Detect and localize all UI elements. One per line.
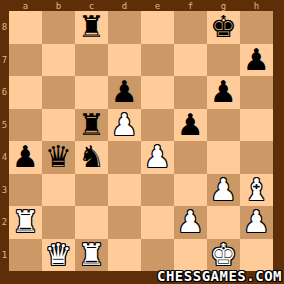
piece-black-king[interactable]: ♚: [210, 12, 237, 42]
square-f6[interactable]: [174, 76, 207, 109]
piece-black-knight[interactable]: ♞: [78, 142, 105, 172]
square-c3[interactable]: [75, 174, 108, 207]
square-b1[interactable]: ♛: [42, 239, 75, 272]
rank-labels: 87654321: [0, 11, 9, 271]
piece-black-rook[interactable]: ♜: [78, 110, 105, 140]
rank-label-4: 4: [0, 141, 9, 174]
square-f2[interactable]: ♟: [174, 206, 207, 239]
piece-black-pawn[interactable]: ♟: [210, 77, 237, 107]
square-h1[interactable]: [240, 239, 273, 272]
piece-black-pawn[interactable]: ♟: [243, 45, 270, 75]
chess-board: ♜♚♟♟♟♜♟♟♟♛♞♟♟♝♜♟♟♛♜♚: [9, 11, 273, 271]
piece-white-pawn[interactable]: ♟: [210, 175, 237, 205]
piece-white-rook[interactable]: ♜: [12, 207, 39, 237]
square-b8[interactable]: [42, 11, 75, 44]
file-label-b: b: [42, 0, 75, 11]
rank-label-2: 2: [0, 206, 9, 239]
square-d7[interactable]: [108, 44, 141, 77]
square-e8[interactable]: [141, 11, 174, 44]
square-c7[interactable]: [75, 44, 108, 77]
square-e6[interactable]: [141, 76, 174, 109]
piece-white-rook[interactable]: ♜: [78, 240, 105, 270]
square-f8[interactable]: [174, 11, 207, 44]
square-d5[interactable]: ♟: [108, 109, 141, 142]
square-a3[interactable]: [9, 174, 42, 207]
rank-label-5: 5: [0, 109, 9, 142]
square-h5[interactable]: [240, 109, 273, 142]
rank-label-8: 8: [0, 11, 9, 44]
square-c8[interactable]: ♜: [75, 11, 108, 44]
square-b7[interactable]: [42, 44, 75, 77]
square-b5[interactable]: [42, 109, 75, 142]
square-c1[interactable]: ♜: [75, 239, 108, 272]
square-g1[interactable]: ♚: [207, 239, 240, 272]
piece-black-pawn[interactable]: ♟: [177, 110, 204, 140]
piece-black-pawn[interactable]: ♟: [12, 142, 39, 172]
square-g8[interactable]: ♚: [207, 11, 240, 44]
square-f1[interactable]: [174, 239, 207, 272]
square-a6[interactable]: [9, 76, 42, 109]
piece-white-pawn[interactable]: ♟: [177, 207, 204, 237]
rank-label-3: 3: [0, 174, 9, 207]
square-c4[interactable]: ♞: [75, 141, 108, 174]
rank-label-7: 7: [0, 44, 9, 77]
square-e7[interactable]: [141, 44, 174, 77]
square-h2[interactable]: ♟: [240, 206, 273, 239]
piece-white-bishop[interactable]: ♝: [243, 175, 270, 205]
square-h3[interactable]: ♝: [240, 174, 273, 207]
square-f5[interactable]: ♟: [174, 109, 207, 142]
square-b2[interactable]: [42, 206, 75, 239]
square-a1[interactable]: [9, 239, 42, 272]
file-label-a: a: [9, 0, 42, 11]
square-e2[interactable]: [141, 206, 174, 239]
square-e4[interactable]: ♟: [141, 141, 174, 174]
square-e1[interactable]: [141, 239, 174, 272]
square-a8[interactable]: [9, 11, 42, 44]
square-d2[interactable]: [108, 206, 141, 239]
square-b4[interactable]: ♛: [42, 141, 75, 174]
square-a4[interactable]: ♟: [9, 141, 42, 174]
file-label-d: d: [108, 0, 141, 11]
square-h4[interactable]: [240, 141, 273, 174]
square-c5[interactable]: ♜: [75, 109, 108, 142]
square-a5[interactable]: [9, 109, 42, 142]
square-g7[interactable]: [207, 44, 240, 77]
square-e3[interactable]: [141, 174, 174, 207]
piece-black-pawn[interactable]: ♟: [111, 77, 138, 107]
piece-black-rook[interactable]: ♜: [78, 12, 105, 42]
square-g5[interactable]: [207, 109, 240, 142]
board-frame: abcdefgh 87654321 ♜♚♟♟♟♜♟♟♟♛♞♟♟♝♜♟♟♛♜♚ C…: [0, 0, 284, 284]
square-a7[interactable]: [9, 44, 42, 77]
square-d8[interactable]: [108, 11, 141, 44]
piece-black-queen[interactable]: ♛: [45, 142, 72, 172]
square-d6[interactable]: ♟: [108, 76, 141, 109]
square-g4[interactable]: [207, 141, 240, 174]
rank-label-6: 6: [0, 76, 9, 109]
square-b6[interactable]: [42, 76, 75, 109]
square-h6[interactable]: [240, 76, 273, 109]
piece-white-king[interactable]: ♚: [210, 240, 237, 270]
square-f3[interactable]: [174, 174, 207, 207]
square-h7[interactable]: ♟: [240, 44, 273, 77]
square-a2[interactable]: ♜: [9, 206, 42, 239]
file-label-f: f: [174, 0, 207, 11]
file-label-e: e: [141, 0, 174, 11]
file-label-h: h: [240, 0, 273, 11]
chessgames-watermark: CHESSGAMES.COM: [157, 268, 282, 284]
rank-label-1: 1: [0, 239, 9, 272]
piece-white-queen[interactable]: ♛: [45, 240, 72, 270]
square-c6[interactable]: [75, 76, 108, 109]
square-b3[interactable]: [42, 174, 75, 207]
square-d4[interactable]: [108, 141, 141, 174]
square-g6[interactable]: ♟: [207, 76, 240, 109]
square-f4[interactable]: [174, 141, 207, 174]
square-g2[interactable]: [207, 206, 240, 239]
square-g3[interactable]: ♟: [207, 174, 240, 207]
square-f7[interactable]: [174, 44, 207, 77]
piece-white-pawn[interactable]: ♟: [111, 110, 138, 140]
piece-white-pawn[interactable]: ♟: [243, 207, 270, 237]
square-c2[interactable]: [75, 206, 108, 239]
square-d1[interactable]: [108, 239, 141, 272]
square-d3[interactable]: [108, 174, 141, 207]
piece-white-pawn[interactable]: ♟: [144, 142, 171, 172]
square-e5[interactable]: [141, 109, 174, 142]
square-h8[interactable]: [240, 11, 273, 44]
